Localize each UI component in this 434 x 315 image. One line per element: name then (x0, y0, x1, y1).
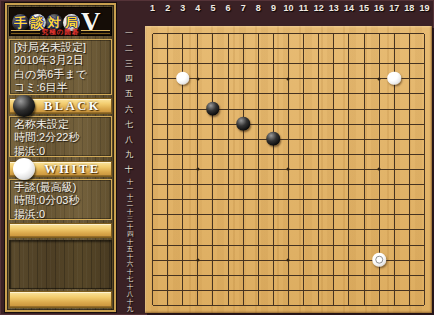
board-intersection[interactable] (372, 56, 387, 71)
board-intersection[interactable] (372, 237, 387, 252)
board-intersection[interactable] (175, 298, 190, 313)
board-intersection[interactable] (341, 132, 356, 147)
board-intersection[interactable] (160, 26, 175, 41)
board-intersection[interactable] (417, 41, 432, 56)
board-intersection[interactable] (296, 56, 311, 71)
board-intersection[interactable] (402, 147, 417, 162)
board-intersection[interactable] (190, 102, 205, 117)
board-intersection[interactable] (326, 162, 341, 177)
board-intersection[interactable] (205, 237, 220, 252)
board-intersection[interactable] (372, 71, 387, 86)
board-intersection[interactable] (145, 56, 160, 71)
board-intersection[interactable] (160, 268, 175, 283)
board-intersection[interactable] (311, 132, 326, 147)
board-intersection[interactable] (372, 102, 387, 117)
board-intersection[interactable] (236, 26, 251, 41)
board-intersection[interactable] (236, 117, 251, 132)
board-intersection[interactable] (190, 298, 205, 313)
board-intersection[interactable] (311, 162, 326, 177)
board-intersection[interactable] (190, 283, 205, 298)
board-intersection[interactable] (281, 162, 296, 177)
board-intersection[interactable] (266, 162, 281, 177)
board-intersection[interactable] (387, 86, 402, 101)
board-intersection[interactable] (205, 102, 220, 117)
board-intersection[interactable] (190, 222, 205, 237)
board-intersection[interactable] (372, 192, 387, 207)
board-intersection[interactable] (205, 162, 220, 177)
board-intersection[interactable] (190, 192, 205, 207)
board-intersection[interactable] (251, 237, 266, 252)
board-intersection[interactable] (356, 147, 371, 162)
board-intersection[interactable] (402, 237, 417, 252)
board-intersection[interactable] (205, 41, 220, 56)
board-intersection[interactable] (221, 102, 236, 117)
board-intersection[interactable] (326, 237, 341, 252)
board-intersection[interactable] (205, 207, 220, 222)
board-intersection[interactable] (190, 237, 205, 252)
board-intersection[interactable] (266, 298, 281, 313)
board-intersection[interactable] (145, 71, 160, 86)
board-intersection[interactable] (190, 177, 205, 192)
board-intersection[interactable] (266, 237, 281, 252)
board-intersection[interactable] (175, 268, 190, 283)
board-intersection[interactable] (190, 207, 205, 222)
board-intersection[interactable] (145, 147, 160, 162)
board-intersection[interactable] (372, 86, 387, 101)
board-intersection[interactable] (326, 26, 341, 41)
board-intersection[interactable] (205, 147, 220, 162)
board-intersection[interactable] (175, 253, 190, 268)
board-intersection[interactable] (311, 56, 326, 71)
board-intersection[interactable] (251, 177, 266, 192)
board-intersection[interactable] (356, 192, 371, 207)
board-intersection[interactable] (205, 222, 220, 237)
board-intersection[interactable] (326, 102, 341, 117)
board-intersection[interactable] (296, 102, 311, 117)
board-intersection[interactable] (175, 86, 190, 101)
board-intersection[interactable] (160, 132, 175, 147)
board-intersection[interactable] (175, 41, 190, 56)
board-intersection[interactable] (326, 283, 341, 298)
board-intersection[interactable] (281, 71, 296, 86)
board-intersection[interactable] (221, 86, 236, 101)
board-intersection[interactable] (296, 86, 311, 101)
board-intersection[interactable] (296, 162, 311, 177)
board-intersection[interactable] (311, 177, 326, 192)
board-intersection[interactable] (326, 71, 341, 86)
board-intersection[interactable] (236, 132, 251, 147)
board-intersection[interactable] (221, 71, 236, 86)
board-intersection[interactable] (387, 222, 402, 237)
board-intersection[interactable] (175, 117, 190, 132)
board-intersection[interactable] (281, 41, 296, 56)
board-intersection[interactable] (221, 207, 236, 222)
board-intersection[interactable] (281, 298, 296, 313)
board-intersection[interactable] (205, 268, 220, 283)
board-intersection[interactable] (160, 117, 175, 132)
board-intersection[interactable] (145, 86, 160, 101)
board-intersection[interactable] (266, 192, 281, 207)
board-intersection[interactable] (326, 117, 341, 132)
board-intersection[interactable] (266, 253, 281, 268)
board-intersection[interactable] (145, 207, 160, 222)
board-intersection[interactable] (417, 237, 432, 252)
board-intersection[interactable] (145, 132, 160, 147)
board-intersection[interactable] (221, 283, 236, 298)
board-intersection[interactable] (417, 26, 432, 41)
board-intersection[interactable] (236, 147, 251, 162)
board-intersection[interactable] (190, 253, 205, 268)
board-intersection[interactable] (326, 86, 341, 101)
board-intersection[interactable] (326, 192, 341, 207)
board-intersection[interactable] (296, 298, 311, 313)
board-intersection[interactable] (387, 26, 402, 41)
board-intersection[interactable] (205, 86, 220, 101)
board-intersection[interactable] (341, 222, 356, 237)
board-intersection[interactable] (205, 253, 220, 268)
board-intersection[interactable] (145, 41, 160, 56)
board-intersection[interactable] (236, 56, 251, 71)
board-intersection[interactable] (311, 268, 326, 283)
board-intersection[interactable] (160, 102, 175, 117)
board-intersection[interactable] (356, 283, 371, 298)
board-intersection[interactable] (221, 56, 236, 71)
board-intersection[interactable] (205, 71, 220, 86)
board-intersection[interactable] (387, 268, 402, 283)
board-intersection[interactable] (341, 283, 356, 298)
board-intersection[interactable] (221, 192, 236, 207)
board-intersection[interactable] (356, 207, 371, 222)
board-intersection[interactable] (236, 253, 251, 268)
board-intersection[interactable] (266, 132, 281, 147)
board-intersection[interactable] (356, 222, 371, 237)
board-intersection[interactable] (205, 56, 220, 71)
board-intersection[interactable] (281, 237, 296, 252)
board-intersection[interactable] (145, 102, 160, 117)
board-intersection[interactable] (326, 56, 341, 71)
board-intersection[interactable] (205, 192, 220, 207)
board-intersection[interactable] (266, 207, 281, 222)
board-intersection[interactable] (402, 71, 417, 86)
board-intersection[interactable] (387, 117, 402, 132)
board-intersection[interactable] (417, 222, 432, 237)
board-intersection[interactable] (236, 283, 251, 298)
board-intersection[interactable] (341, 177, 356, 192)
board-intersection[interactable] (205, 298, 220, 313)
board-intersection[interactable] (205, 117, 220, 132)
board-intersection[interactable] (175, 71, 190, 86)
board-intersection[interactable] (417, 56, 432, 71)
board-intersection[interactable] (145, 177, 160, 192)
board-intersection[interactable] (281, 192, 296, 207)
board-intersection[interactable] (266, 222, 281, 237)
board-intersection[interactable] (266, 86, 281, 101)
board-intersection[interactable] (205, 132, 220, 147)
board-intersection[interactable] (160, 253, 175, 268)
board-intersection[interactable] (251, 207, 266, 222)
board-intersection[interactable] (372, 117, 387, 132)
board-intersection[interactable] (251, 298, 266, 313)
board-intersection[interactable] (402, 268, 417, 283)
board-intersection[interactable] (311, 41, 326, 56)
board-intersection[interactable] (221, 162, 236, 177)
board-intersection[interactable] (296, 41, 311, 56)
board-intersection[interactable] (326, 132, 341, 147)
board-intersection[interactable] (417, 268, 432, 283)
board-intersection[interactable] (417, 177, 432, 192)
board-intersection[interactable] (221, 253, 236, 268)
board-intersection[interactable] (417, 132, 432, 147)
board-intersection[interactable] (417, 86, 432, 101)
board-intersection[interactable] (221, 147, 236, 162)
board-intersection[interactable] (190, 71, 205, 86)
board-intersection[interactable] (266, 41, 281, 56)
board-intersection[interactable] (251, 117, 266, 132)
board-intersection[interactable] (190, 162, 205, 177)
board-intersection[interactable] (387, 283, 402, 298)
board-intersection[interactable] (372, 222, 387, 237)
board-intersection[interactable] (326, 268, 341, 283)
board-intersection[interactable] (145, 162, 160, 177)
board-intersection[interactable] (281, 222, 296, 237)
board-intersection[interactable] (356, 56, 371, 71)
board-intersection[interactable] (175, 192, 190, 207)
board-intersection[interactable] (221, 268, 236, 283)
board-intersection[interactable] (145, 222, 160, 237)
board-intersection[interactable] (356, 117, 371, 132)
board-intersection[interactable] (402, 41, 417, 56)
board-intersection[interactable] (387, 177, 402, 192)
board-intersection[interactable] (160, 147, 175, 162)
board-intersection[interactable] (205, 177, 220, 192)
board-intersection[interactable] (356, 177, 371, 192)
board-intersection[interactable] (356, 71, 371, 86)
board-intersection[interactable] (190, 132, 205, 147)
board-intersection[interactable] (175, 132, 190, 147)
board-intersection[interactable] (417, 162, 432, 177)
board-intersection[interactable] (281, 268, 296, 283)
board-intersection[interactable] (160, 86, 175, 101)
board-intersection[interactable] (372, 162, 387, 177)
board-intersection[interactable] (251, 71, 266, 86)
board-intersection[interactable] (251, 132, 266, 147)
board-intersection[interactable] (266, 147, 281, 162)
board-intersection[interactable] (281, 253, 296, 268)
board-intersection[interactable] (175, 283, 190, 298)
board-intersection[interactable] (341, 86, 356, 101)
board-intersection[interactable] (387, 71, 402, 86)
board-intersection[interactable] (372, 253, 387, 268)
board-intersection[interactable] (296, 192, 311, 207)
board-intersection[interactable] (387, 237, 402, 252)
board-intersection[interactable] (281, 117, 296, 132)
board-intersection[interactable] (356, 237, 371, 252)
board-intersection[interactable] (160, 71, 175, 86)
board-intersection[interactable] (221, 222, 236, 237)
board-intersection[interactable] (296, 177, 311, 192)
board-intersection[interactable] (190, 147, 205, 162)
board-intersection[interactable] (251, 253, 266, 268)
board-intersection[interactable] (311, 283, 326, 298)
board-intersection[interactable] (356, 253, 371, 268)
board-intersection[interactable] (221, 177, 236, 192)
board-intersection[interactable] (402, 132, 417, 147)
board-intersection[interactable] (311, 102, 326, 117)
board-intersection[interactable] (236, 268, 251, 283)
go-board[interactable] (145, 26, 432, 313)
board-intersection[interactable] (402, 207, 417, 222)
board-intersection[interactable] (236, 71, 251, 86)
board-intersection[interactable] (387, 132, 402, 147)
board-intersection[interactable] (372, 298, 387, 313)
board-intersection[interactable] (160, 177, 175, 192)
board-intersection[interactable] (236, 41, 251, 56)
board-intersection[interactable] (236, 298, 251, 313)
board-intersection[interactable] (160, 192, 175, 207)
board-intersection[interactable] (175, 56, 190, 71)
board-intersection[interactable] (221, 26, 236, 41)
board-intersection[interactable] (341, 26, 356, 41)
board-intersection[interactable] (356, 268, 371, 283)
board-intersection[interactable] (341, 102, 356, 117)
board-intersection[interactable] (296, 268, 311, 283)
board-intersection[interactable] (356, 41, 371, 56)
board-intersection[interactable] (356, 298, 371, 313)
board-intersection[interactable] (372, 283, 387, 298)
board-intersection[interactable] (190, 26, 205, 41)
board-intersection[interactable] (311, 86, 326, 101)
board-intersection[interactable] (417, 253, 432, 268)
board-intersection[interactable] (417, 117, 432, 132)
board-intersection[interactable] (402, 102, 417, 117)
board-intersection[interactable] (266, 102, 281, 117)
board-intersection[interactable] (372, 177, 387, 192)
board-intersection[interactable] (175, 237, 190, 252)
board-intersection[interactable] (311, 222, 326, 237)
board-intersection[interactable] (236, 162, 251, 177)
board-intersection[interactable] (266, 71, 281, 86)
board-intersection[interactable] (387, 147, 402, 162)
board-intersection[interactable] (251, 283, 266, 298)
board-intersection[interactable] (251, 41, 266, 56)
board-intersection[interactable] (281, 86, 296, 101)
board-intersection[interactable] (326, 177, 341, 192)
board-intersection[interactable] (160, 207, 175, 222)
board-intersection[interactable] (251, 162, 266, 177)
board-intersection[interactable] (281, 56, 296, 71)
board-intersection[interactable] (221, 132, 236, 147)
board-intersection[interactable] (356, 26, 371, 41)
board-intersection[interactable] (145, 268, 160, 283)
board-intersection[interactable] (145, 298, 160, 313)
board-intersection[interactable] (221, 41, 236, 56)
board-intersection[interactable] (402, 283, 417, 298)
board-intersection[interactable] (145, 192, 160, 207)
board-intersection[interactable] (160, 283, 175, 298)
board-intersection[interactable] (160, 298, 175, 313)
board-intersection[interactable] (372, 41, 387, 56)
board-intersection[interactable] (236, 102, 251, 117)
board-intersection[interactable] (236, 207, 251, 222)
board-intersection[interactable] (281, 207, 296, 222)
board-intersection[interactable] (251, 86, 266, 101)
board-intersection[interactable] (417, 192, 432, 207)
board-intersection[interactable] (387, 298, 402, 313)
board-intersection[interactable] (160, 237, 175, 252)
board-intersection[interactable] (251, 56, 266, 71)
board-intersection[interactable] (236, 222, 251, 237)
board-intersection[interactable] (356, 132, 371, 147)
board-intersection[interactable] (387, 207, 402, 222)
board-intersection[interactable] (281, 102, 296, 117)
board-intersection[interactable] (221, 117, 236, 132)
board-intersection[interactable] (160, 162, 175, 177)
board-intersection[interactable] (402, 177, 417, 192)
board-intersection[interactable] (266, 26, 281, 41)
board-intersection[interactable] (221, 237, 236, 252)
board-intersection[interactable] (145, 117, 160, 132)
board-intersection[interactable] (402, 162, 417, 177)
board-intersection[interactable] (402, 298, 417, 313)
board-intersection[interactable] (251, 268, 266, 283)
board-intersection[interactable] (251, 192, 266, 207)
board-intersection[interactable] (145, 26, 160, 41)
board-intersection[interactable] (417, 147, 432, 162)
board-intersection[interactable] (296, 132, 311, 147)
board-intersection[interactable] (175, 222, 190, 237)
board-intersection[interactable] (160, 41, 175, 56)
board-intersection[interactable] (311, 253, 326, 268)
board-intersection[interactable] (341, 71, 356, 86)
board-intersection[interactable] (402, 222, 417, 237)
board-intersection[interactable] (205, 283, 220, 298)
board-intersection[interactable] (417, 71, 432, 86)
board-intersection[interactable] (205, 26, 220, 41)
board-intersection[interactable] (372, 26, 387, 41)
board-intersection[interactable] (251, 26, 266, 41)
board-intersection[interactable] (281, 177, 296, 192)
board-intersection[interactable] (311, 237, 326, 252)
board-intersection[interactable] (221, 298, 236, 313)
board-intersection[interactable] (372, 268, 387, 283)
board-intersection[interactable] (417, 298, 432, 313)
board-intersection[interactable] (341, 298, 356, 313)
board-intersection[interactable] (311, 192, 326, 207)
board-intersection[interactable] (341, 41, 356, 56)
board-intersection[interactable] (417, 207, 432, 222)
board-intersection[interactable] (341, 253, 356, 268)
board-intersection[interactable] (326, 253, 341, 268)
board-intersection[interactable] (417, 102, 432, 117)
board-intersection[interactable] (341, 56, 356, 71)
board-intersection[interactable] (175, 26, 190, 41)
board-intersection[interactable] (402, 117, 417, 132)
board-intersection[interactable] (190, 56, 205, 71)
board-intersection[interactable] (311, 147, 326, 162)
board-intersection[interactable] (190, 41, 205, 56)
board-intersection[interactable] (251, 222, 266, 237)
board-intersection[interactable] (326, 298, 341, 313)
board-intersection[interactable] (311, 71, 326, 86)
board-intersection[interactable] (341, 237, 356, 252)
board-intersection[interactable] (387, 253, 402, 268)
board-intersection[interactable] (341, 268, 356, 283)
board-intersection[interactable] (190, 86, 205, 101)
board-intersection[interactable] (402, 86, 417, 101)
board-intersection[interactable] (387, 192, 402, 207)
board-intersection[interactable] (387, 56, 402, 71)
board-intersection[interactable] (281, 283, 296, 298)
